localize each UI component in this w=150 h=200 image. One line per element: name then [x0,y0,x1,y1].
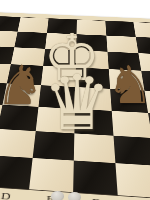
square-f7 [76,34,107,51]
file-label-f: F [92,196,100,200]
square-g1 [115,163,150,198]
square-d8 [18,17,49,33]
square-d5 [7,64,43,85]
square-g5 [108,69,144,90]
square-g7 [106,35,139,52]
square-f2 [74,133,115,163]
square-f6 [76,50,109,69]
square-d4 [3,83,41,106]
square-d2 [0,129,36,159]
square-d7 [15,32,47,49]
square-f8 [76,20,106,36]
square-f4 [75,87,112,111]
square-e1 [29,158,73,192]
square-e2 [33,131,75,161]
square-e5 [41,66,76,87]
square-e6 [43,49,76,68]
square-f3 [74,109,113,136]
chessboard-photo-scene: ABCDEFGH ♚♛♞♞ [0,0,150,200]
square-e3 [36,107,75,133]
square-g4 [110,89,148,113]
file-label-g: G [136,199,147,200]
square-e8 [47,19,77,35]
square-h7 [136,37,150,55]
square-g6 [107,51,141,70]
square-h8 [134,22,150,38]
square-e7 [45,33,76,50]
square-f5 [75,68,110,89]
square-e4 [39,85,76,108]
square-g3 [111,111,150,138]
square-d3 [0,105,39,131]
white-pawn-top-1 [51,191,64,200]
square-g2 [113,135,150,166]
chess-board: ABCDEFGH [0,10,150,200]
white-pawn-top-2 [68,192,81,200]
board-grid [0,13,150,200]
file-label-d: D [0,190,11,200]
square-d6 [11,47,45,66]
square-g8 [105,21,136,37]
square-d1 [0,156,33,190]
square-h6 [139,53,150,72]
square-f1 [73,161,117,195]
